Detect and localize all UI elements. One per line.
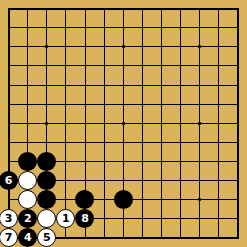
white-stone-move-5[interactable]: 5 [37, 228, 56, 247]
white-stone[interactable] [37, 209, 56, 228]
black-stone[interactable] [37, 152, 56, 171]
move-number-label: 8 [81, 213, 89, 224]
black-stone[interactable] [37, 190, 56, 209]
white-stone-move-1[interactable]: 1 [56, 209, 75, 228]
black-stone[interactable] [18, 152, 37, 171]
black-stone[interactable] [114, 190, 133, 209]
black-stone[interactable] [75, 190, 94, 209]
black-stone-move-6[interactable]: 6 [0, 171, 18, 190]
black-stone[interactable] [37, 171, 56, 190]
white-stone-move-7[interactable]: 7 [0, 228, 18, 247]
move-number-label: 7 [5, 232, 13, 243]
go-board[interactable]: 63218745 [0, 0, 247, 247]
move-number-label: 5 [43, 232, 51, 243]
black-stone-move-4[interactable]: 4 [18, 228, 37, 247]
stones-layer: 63218745 [0, 0, 247, 247]
white-stone[interactable] [18, 190, 37, 209]
move-number-label: 4 [24, 232, 32, 243]
move-number-label: 2 [24, 213, 32, 224]
black-stone-move-8[interactable]: 8 [75, 209, 94, 228]
white-stone[interactable] [18, 171, 37, 190]
move-number-label: 1 [62, 213, 70, 224]
white-stone-move-3[interactable]: 3 [0, 209, 18, 228]
black-stone-move-2[interactable]: 2 [18, 209, 37, 228]
move-number-label: 3 [5, 213, 13, 224]
go-diagram: 63218745 [0, 0, 247, 247]
move-number-label: 6 [5, 175, 13, 186]
